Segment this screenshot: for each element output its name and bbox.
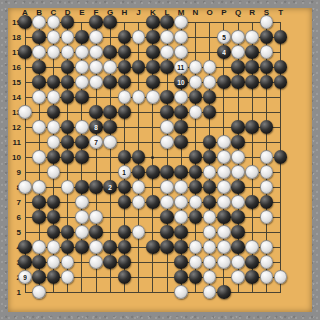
move-number-4: 4 (222, 46, 226, 58)
stone-white-M8 (174, 180, 188, 194)
stone-white-M18 (174, 30, 188, 44)
row-label-14: 14 (8, 93, 21, 102)
stone-white-L18 (160, 30, 174, 44)
stone-black-O7 (203, 195, 217, 209)
stone-black-D14 (61, 90, 75, 104)
stone-white-B8 (32, 180, 46, 194)
stone-black-B15 (32, 75, 46, 89)
stone-white-Q7 (231, 195, 245, 209)
stone-white-S8 (260, 180, 274, 194)
row-label-18: 18 (8, 33, 21, 42)
row-label-5: 5 (8, 228, 21, 237)
stone-white-C9 (47, 165, 61, 179)
stone-black-R2 (245, 270, 259, 284)
stone-black-G19 (103, 15, 117, 29)
stone-white-C4 (47, 240, 61, 254)
stone-black-P15 (217, 75, 231, 89)
stone-black-H4 (118, 240, 132, 254)
stone-black-S18 (260, 30, 274, 44)
stone-white-D17 (61, 45, 75, 59)
stone-black-P6 (217, 210, 231, 224)
stone-white-P3 (217, 255, 231, 269)
stone-black-C10 (47, 150, 61, 164)
row-label-6: 6 (8, 213, 21, 222)
stone-white-H14 (118, 90, 132, 104)
stone-white-R18 (245, 30, 259, 44)
stone-black-K4 (146, 240, 160, 254)
stone-black-C2 (47, 270, 61, 284)
stone-white-A8 (18, 180, 32, 194)
stone-black-O13 (203, 105, 217, 119)
stone-black-C15 (47, 75, 61, 89)
stone-black-Q4 (231, 240, 245, 254)
stone-black-F13 (89, 105, 103, 119)
stone-white-F3 (89, 255, 103, 269)
stone-black-M13 (174, 105, 188, 119)
stone-black-S12 (260, 120, 274, 134)
stone-white-D2 (61, 270, 75, 284)
stone-white-D8 (61, 180, 75, 194)
stone-white-O5 (203, 225, 217, 239)
stone-white-F4 (89, 240, 103, 254)
stone-white-J14 (132, 90, 146, 104)
stone-white-L17 (160, 45, 174, 59)
stone-black-C13 (47, 105, 61, 119)
col-label-H: H (119, 8, 129, 17)
stone-black-A4 (18, 240, 32, 254)
stone-black-Q6 (231, 210, 245, 224)
stone-white-H9-move-1: 1 (118, 165, 132, 179)
stone-black-F5 (89, 225, 103, 239)
stone-black-H15 (118, 75, 132, 89)
stone-black-T16 (274, 60, 288, 74)
stone-black-L19 (160, 15, 174, 29)
stone-white-K14 (146, 90, 160, 104)
go-diagram-screen: ABCDEFGHJKLMNOPQRST191817161514131211109… (0, 0, 320, 320)
stone-white-C12 (47, 120, 61, 134)
stone-black-A19 (18, 15, 32, 29)
stone-black-T18 (274, 30, 288, 44)
stone-black-L16 (160, 60, 174, 74)
stone-black-P17-move-4: 4 (217, 45, 231, 59)
stone-white-L8 (160, 180, 174, 194)
stone-black-M4 (174, 240, 188, 254)
stone-black-S7 (260, 195, 274, 209)
stone-black-L4 (160, 240, 174, 254)
stone-white-E7 (75, 195, 89, 209)
stone-black-M3 (174, 255, 188, 269)
col-label-E: E (77, 8, 87, 17)
stone-black-E14 (75, 90, 89, 104)
stone-black-R3 (245, 255, 259, 269)
grid-line-horizontal (25, 112, 281, 113)
stone-black-O10 (203, 150, 217, 164)
stone-white-N16 (189, 60, 203, 74)
move-number-11: 11 (178, 61, 185, 73)
stone-black-K7 (146, 195, 160, 209)
stone-black-P1 (217, 285, 231, 299)
stone-black-N10 (189, 150, 203, 164)
row-label-12: 12 (8, 123, 21, 132)
stone-black-H17 (118, 45, 132, 59)
stone-black-L5 (160, 225, 174, 239)
stone-black-R16 (245, 60, 259, 74)
stone-white-B10 (32, 150, 46, 164)
stone-black-B18 (32, 30, 46, 44)
stone-white-B19 (32, 15, 46, 29)
stone-white-J8 (132, 180, 146, 194)
stone-white-C11 (47, 135, 61, 149)
stone-black-R15 (245, 75, 259, 89)
stone-white-O3 (203, 255, 217, 269)
stone-black-H13 (118, 105, 132, 119)
stone-white-B4 (32, 240, 46, 254)
stone-black-H16 (118, 60, 132, 74)
stone-black-K19 (146, 15, 160, 29)
stone-white-N15 (189, 75, 203, 89)
stone-white-S4 (260, 240, 274, 254)
stone-black-T15 (274, 75, 288, 89)
stone-black-Q15 (231, 75, 245, 89)
stone-black-N6 (189, 210, 203, 224)
stone-white-R9 (245, 165, 259, 179)
row-label-7: 7 (8, 198, 21, 207)
stone-black-H5 (118, 225, 132, 239)
stone-white-F18 (89, 30, 103, 44)
stone-black-E4 (75, 240, 89, 254)
stone-white-D3 (61, 255, 75, 269)
stone-black-B16 (32, 60, 46, 74)
move-number-10: 10 (178, 76, 185, 88)
stone-white-P4 (217, 240, 231, 254)
grid-line-horizontal (25, 292, 281, 293)
stone-white-O15 (203, 75, 217, 89)
stone-black-H7 (118, 195, 132, 209)
stone-black-H10 (118, 150, 132, 164)
stone-black-O8 (203, 180, 217, 194)
stone-black-D16 (61, 60, 75, 74)
stone-black-E8 (75, 180, 89, 194)
stone-black-N2 (189, 270, 203, 284)
stone-black-K18 (146, 30, 160, 44)
stone-black-C6 (47, 210, 61, 224)
stone-black-O14 (203, 90, 217, 104)
stone-black-Q5 (231, 225, 245, 239)
stone-black-H2 (118, 270, 132, 284)
stone-black-L9 (160, 165, 174, 179)
stone-white-M7 (174, 195, 188, 209)
move-number-8: 8 (94, 121, 98, 133)
stone-white-Q9 (231, 165, 245, 179)
stone-black-H8 (118, 180, 132, 194)
stone-white-S19 (260, 15, 274, 29)
stone-white-G11 (103, 135, 117, 149)
stone-white-C19 (47, 15, 61, 29)
stone-black-K15 (146, 75, 160, 89)
row-label-10: 10 (8, 153, 21, 162)
stone-white-N3 (189, 255, 203, 269)
stone-white-A2-move-9: 9 (18, 270, 32, 284)
stone-black-H18 (118, 30, 132, 44)
stone-white-E6 (75, 210, 89, 224)
stone-black-Q8 (231, 180, 245, 194)
stone-black-G3 (103, 255, 117, 269)
stone-black-D5 (61, 225, 75, 239)
stone-black-L13 (160, 105, 174, 119)
stone-white-E16 (75, 60, 89, 74)
stone-white-L12 (160, 120, 174, 134)
stone-white-F16 (89, 60, 103, 74)
stone-white-B1 (32, 285, 46, 299)
stone-black-E10 (75, 150, 89, 164)
stone-black-C5 (47, 225, 61, 239)
stone-black-T10 (274, 150, 288, 164)
stone-white-O9 (203, 165, 217, 179)
stone-white-B17 (32, 45, 46, 59)
stone-white-P18-move-5: 5 (217, 30, 231, 44)
stone-white-O6 (203, 210, 217, 224)
stone-white-O2 (203, 270, 217, 284)
col-label-P: P (219, 8, 229, 17)
stone-white-J7 (132, 195, 146, 209)
stone-white-O4 (203, 240, 217, 254)
stone-black-M15-move-10: 10 (174, 75, 188, 89)
col-label-T: T (276, 8, 286, 17)
col-label-O: O (205, 8, 215, 17)
stone-white-S10 (260, 150, 274, 164)
stone-black-D11 (61, 135, 75, 149)
stone-white-P10 (217, 150, 231, 164)
stone-black-M2 (174, 270, 188, 284)
stone-black-S16 (260, 60, 274, 74)
stone-white-S17 (260, 45, 274, 59)
stone-white-E17 (75, 45, 89, 59)
stone-white-P9 (217, 165, 231, 179)
stone-white-P7 (217, 195, 231, 209)
stone-white-G16 (103, 60, 117, 74)
stone-white-B12 (32, 120, 46, 134)
stone-black-B3 (32, 255, 46, 269)
stone-black-D15 (61, 75, 75, 89)
stone-black-M5 (174, 225, 188, 239)
stone-black-D10 (61, 150, 75, 164)
stone-black-B7 (32, 195, 46, 209)
stone-black-K17 (146, 45, 160, 59)
stone-white-L11 (160, 135, 174, 149)
row-label-1: 1 (8, 288, 21, 297)
row-label-15: 15 (8, 78, 21, 87)
stone-black-R7 (245, 195, 259, 209)
stone-black-J16 (132, 60, 146, 74)
stone-white-F15 (89, 75, 103, 89)
move-number-9: 9 (23, 271, 27, 283)
stone-white-J5 (132, 225, 146, 239)
stone-black-J10 (132, 150, 146, 164)
stone-white-S3 (260, 255, 274, 269)
stone-black-G17 (103, 45, 117, 59)
stone-black-C7 (47, 195, 61, 209)
stone-black-M12 (174, 120, 188, 134)
stone-white-R4 (245, 240, 259, 254)
stone-black-J9 (132, 165, 146, 179)
stone-black-A17 (18, 45, 32, 59)
move-number-1: 1 (123, 166, 127, 178)
stone-black-G13 (103, 105, 117, 119)
stone-black-D4 (61, 240, 75, 254)
row-label-16: 16 (8, 63, 21, 72)
stone-white-Q18 (231, 30, 245, 44)
stone-white-Q3 (231, 255, 245, 269)
stone-white-O1 (203, 285, 217, 299)
stone-white-M14 (174, 90, 188, 104)
star-point-K10 (151, 156, 154, 159)
stone-black-R12 (245, 120, 259, 134)
col-label-N: N (190, 8, 200, 17)
stone-white-N4 (189, 240, 203, 254)
stone-black-M11 (174, 135, 188, 149)
stone-black-F19 (89, 15, 103, 29)
stone-black-G8-move-2: 2 (103, 180, 117, 194)
stone-white-S6 (260, 210, 274, 224)
stone-black-F12-move-8: 8 (89, 120, 103, 134)
stone-black-B2 (32, 270, 46, 284)
stone-white-P5 (217, 225, 231, 239)
stone-black-N9 (189, 165, 203, 179)
stone-white-M19 (174, 15, 188, 29)
stone-white-T2 (274, 270, 288, 284)
stone-white-C3 (47, 255, 61, 269)
stone-black-H3 (118, 255, 132, 269)
stone-black-B6 (32, 210, 46, 224)
stone-white-P11 (217, 135, 231, 149)
stone-black-G15 (103, 75, 117, 89)
stone-black-D19 (61, 15, 75, 29)
col-label-R: R (247, 8, 257, 17)
stone-black-K9 (146, 165, 160, 179)
stone-black-Q16 (231, 60, 245, 74)
stone-white-S9 (260, 165, 274, 179)
stone-black-Q11 (231, 135, 245, 149)
stone-white-P8 (217, 180, 231, 194)
stone-black-A3 (18, 255, 32, 269)
stone-black-G4 (103, 240, 117, 254)
stone-black-F8 (89, 180, 103, 194)
stone-white-C18 (47, 30, 61, 44)
stone-white-M16-move-11: 11 (174, 60, 188, 74)
stone-white-F11-move-7: 7 (89, 135, 103, 149)
stone-white-E15 (75, 75, 89, 89)
stone-black-N8 (189, 180, 203, 194)
stone-white-F6 (89, 210, 103, 224)
stone-white-N7 (189, 195, 203, 209)
stone-white-M1 (174, 285, 188, 299)
stone-white-N13 (189, 105, 203, 119)
stone-black-S15 (260, 75, 274, 89)
stone-black-D12 (61, 120, 75, 134)
stone-black-L6 (160, 210, 174, 224)
stone-black-R17 (245, 45, 259, 59)
stone-black-E11 (75, 135, 89, 149)
stone-white-Q2 (231, 270, 245, 284)
stone-white-O16 (203, 60, 217, 74)
stone-white-D18 (61, 30, 75, 44)
stone-black-G12 (103, 120, 117, 134)
stone-white-E12 (75, 120, 89, 134)
stone-white-B14 (32, 90, 46, 104)
stone-white-L7 (160, 195, 174, 209)
stone-black-O11 (203, 135, 217, 149)
go-board[interactable]: ABCDEFGHJKLMNOPQRST191817161514131211109… (8, 8, 312, 312)
stone-black-L14 (160, 90, 174, 104)
stone-white-Q10 (231, 150, 245, 164)
stone-black-N14 (189, 90, 203, 104)
col-label-Q: Q (233, 8, 243, 17)
stone-black-K16 (146, 60, 160, 74)
move-number-7: 7 (94, 136, 98, 148)
stone-white-S2 (260, 270, 274, 284)
move-number-2: 2 (108, 181, 112, 193)
stone-white-C17 (47, 45, 61, 59)
stone-white-A13 (18, 105, 32, 119)
stone-white-E5 (75, 225, 89, 239)
col-label-J: J (134, 8, 144, 17)
row-label-9: 9 (8, 168, 21, 177)
stone-white-M17 (174, 45, 188, 59)
stone-white-C14 (47, 90, 61, 104)
stone-white-F17 (89, 45, 103, 59)
stone-black-Q12 (231, 120, 245, 134)
stone-white-M6 (174, 210, 188, 224)
stone-white-J18 (132, 30, 146, 44)
move-number-5: 5 (222, 31, 226, 43)
row-label-11: 11 (8, 138, 21, 147)
stone-white-Q17 (231, 45, 245, 59)
stone-black-E18 (75, 30, 89, 44)
stone-black-M9 (174, 165, 188, 179)
